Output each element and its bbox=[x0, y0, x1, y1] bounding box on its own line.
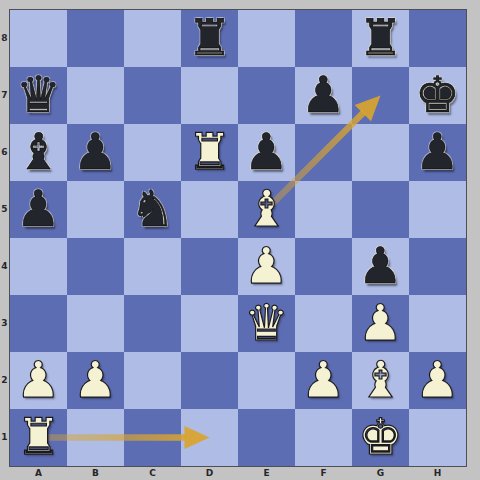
piece-black-pawn-a5[interactable]: ♟ bbox=[10, 181, 67, 238]
square-c7[interactable] bbox=[124, 67, 181, 124]
file-label-c: C bbox=[124, 467, 181, 480]
square-c1[interactable] bbox=[124, 409, 181, 466]
square-c3[interactable] bbox=[124, 295, 181, 352]
rank-label-3: 3 bbox=[0, 295, 9, 352]
piece-white-king-g1[interactable]: ♚ bbox=[352, 409, 409, 466]
square-a3[interactable] bbox=[10, 295, 67, 352]
piece-white-pawn-e4[interactable]: ♟ bbox=[238, 238, 295, 295]
square-f1[interactable] bbox=[295, 409, 352, 466]
square-d4[interactable] bbox=[181, 238, 238, 295]
square-c2[interactable] bbox=[124, 352, 181, 409]
square-d5[interactable] bbox=[181, 181, 238, 238]
rank-label-5: 5 bbox=[0, 181, 9, 238]
piece-white-pawn-f2[interactable]: ♟ bbox=[295, 352, 352, 409]
rank-label-4: 4 bbox=[0, 238, 9, 295]
chess-app-window: ♜♜♛♟♚♝♟♜♟♟♟♞♝♟♟♛♟♟♟♟♝♟♜♚ ABCDEFGH1234567… bbox=[0, 0, 480, 480]
piece-white-pawn-b2[interactable]: ♟ bbox=[67, 352, 124, 409]
square-f6[interactable] bbox=[295, 124, 352, 181]
piece-black-knight-c5[interactable]: ♞ bbox=[124, 181, 181, 238]
piece-black-pawn-f7[interactable]: ♟ bbox=[295, 67, 352, 124]
rank-label-6: 6 bbox=[0, 124, 9, 181]
square-f4[interactable] bbox=[295, 238, 352, 295]
file-label-d: D bbox=[181, 467, 238, 480]
square-e8[interactable] bbox=[238, 10, 295, 67]
piece-white-rook-a1[interactable]: ♜ bbox=[10, 409, 67, 466]
rank-label-8: 8 bbox=[0, 10, 9, 67]
piece-white-pawn-h2[interactable]: ♟ bbox=[409, 352, 466, 409]
rank-label-1: 1 bbox=[0, 409, 9, 466]
piece-black-pawn-b6[interactable]: ♟ bbox=[67, 124, 124, 181]
square-e2[interactable] bbox=[238, 352, 295, 409]
square-g7[interactable] bbox=[352, 67, 409, 124]
square-b3[interactable] bbox=[67, 295, 124, 352]
square-g6[interactable] bbox=[352, 124, 409, 181]
square-d7[interactable] bbox=[181, 67, 238, 124]
square-e1[interactable] bbox=[238, 409, 295, 466]
file-label-f: F bbox=[295, 467, 352, 480]
square-a4[interactable] bbox=[10, 238, 67, 295]
square-a8[interactable] bbox=[10, 10, 67, 67]
piece-black-pawn-h6[interactable]: ♟ bbox=[409, 124, 466, 181]
square-h1[interactable] bbox=[409, 409, 466, 466]
file-label-g: G bbox=[352, 467, 409, 480]
file-label-b: B bbox=[67, 467, 124, 480]
rank-label-7: 7 bbox=[0, 67, 9, 124]
piece-white-bishop-g2[interactable]: ♝ bbox=[352, 352, 409, 409]
piece-white-bishop-e5[interactable]: ♝ bbox=[238, 181, 295, 238]
square-c8[interactable] bbox=[124, 10, 181, 67]
file-label-e: E bbox=[238, 467, 295, 480]
piece-white-pawn-g3[interactable]: ♟ bbox=[352, 295, 409, 352]
square-b8[interactable] bbox=[67, 10, 124, 67]
square-c4[interactable] bbox=[124, 238, 181, 295]
square-f5[interactable] bbox=[295, 181, 352, 238]
piece-white-pawn-a2[interactable]: ♟ bbox=[10, 352, 67, 409]
file-label-h: H bbox=[409, 467, 466, 480]
chess-board: ♜♜♛♟♚♝♟♜♟♟♟♞♝♟♟♛♟♟♟♟♝♟♜♚ bbox=[10, 10, 466, 466]
piece-black-rook-d8[interactable]: ♜ bbox=[181, 10, 238, 67]
square-e7[interactable] bbox=[238, 67, 295, 124]
piece-black-pawn-e6[interactable]: ♟ bbox=[238, 124, 295, 181]
piece-black-queen-a7[interactable]: ♛ bbox=[10, 67, 67, 124]
piece-black-pawn-g4[interactable]: ♟ bbox=[352, 238, 409, 295]
square-c6[interactable] bbox=[124, 124, 181, 181]
square-d2[interactable] bbox=[181, 352, 238, 409]
piece-black-bishop-a6[interactable]: ♝ bbox=[10, 124, 67, 181]
square-d3[interactable] bbox=[181, 295, 238, 352]
file-label-a: A bbox=[10, 467, 67, 480]
square-f3[interactable] bbox=[295, 295, 352, 352]
square-b7[interactable] bbox=[67, 67, 124, 124]
square-g5[interactable] bbox=[352, 181, 409, 238]
piece-white-rook-d6[interactable]: ♜ bbox=[181, 124, 238, 181]
square-f8[interactable] bbox=[295, 10, 352, 67]
square-h4[interactable] bbox=[409, 238, 466, 295]
piece-black-rook-g8[interactable]: ♜ bbox=[352, 10, 409, 67]
square-b1[interactable] bbox=[67, 409, 124, 466]
rank-label-2: 2 bbox=[0, 352, 9, 409]
square-h8[interactable] bbox=[409, 10, 466, 67]
square-b4[interactable] bbox=[67, 238, 124, 295]
square-d1[interactable] bbox=[181, 409, 238, 466]
piece-white-queen-e3[interactable]: ♛ bbox=[238, 295, 295, 352]
square-h3[interactable] bbox=[409, 295, 466, 352]
piece-black-king-h7[interactable]: ♚ bbox=[409, 67, 466, 124]
square-h5[interactable] bbox=[409, 181, 466, 238]
square-b5[interactable] bbox=[67, 181, 124, 238]
